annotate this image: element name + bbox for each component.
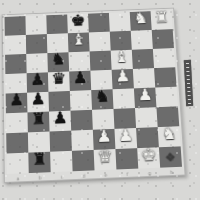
square-b7[interactable] — [26, 34, 48, 54]
piece-white-rook[interactable]: ♜ — [150, 5, 172, 30]
square-h8[interactable]: ♜ — [151, 10, 173, 30]
file-label-e: e — [95, 170, 117, 179]
square-f8[interactable] — [109, 12, 131, 32]
file-label-a: a — [7, 174, 29, 183]
piece-white-bishop[interactable]: ♝ — [68, 27, 90, 52]
square-g7[interactable] — [131, 30, 153, 50]
square-c1[interactable] — [50, 151, 72, 172]
square-b3[interactable]: ♜ — [27, 112, 49, 133]
piece-black-rook[interactable]: ♜ — [27, 106, 49, 133]
square-d7[interactable]: ♝ — [68, 32, 90, 52]
file-label-c: c — [51, 172, 73, 181]
square-e6[interactable] — [90, 51, 112, 71]
piece-white-queen[interactable]: ♛ — [93, 143, 116, 170]
square-c8[interactable] — [46, 14, 68, 34]
square-g4[interactable]: ♟ — [134, 88, 157, 109]
square-h1[interactable]: ❖ — [159, 146, 182, 167]
piece-white-pawn[interactable]: ♟ — [111, 63, 134, 89]
piece-white-pawn[interactable]: ♟ — [134, 82, 157, 108]
square-b8[interactable] — [25, 15, 46, 35]
file-label-b: b — [29, 173, 51, 182]
square-h4[interactable] — [155, 87, 178, 108]
piece-white-knight[interactable]: ♞ — [129, 6, 151, 31]
square-a3[interactable] — [6, 112, 28, 133]
square-g8[interactable]: ♞ — [130, 11, 152, 31]
board-wrapper: ♚♞♜♝♞♝♟♛♟♟♟♟♞♟♜♟♟♟♞♜♛♚❖ abcdefgh — [0, 0, 200, 200]
piece-black-pawn[interactable]: ♟ — [6, 87, 28, 113]
square-a7[interactable] — [5, 35, 26, 55]
square-c3[interactable]: ♟ — [49, 111, 71, 132]
square-d4[interactable] — [70, 90, 92, 111]
square-e7[interactable] — [89, 32, 111, 52]
square-g1[interactable]: ♚ — [137, 147, 160, 168]
square-f5[interactable]: ♟ — [112, 69, 134, 89]
square-g6[interactable] — [132, 49, 154, 69]
board-grid: ♚♞♜♝♞♝♟♛♟♟♟♟♞♟♜♟♟♟♞♜♛♚❖ — [5, 10, 182, 174]
square-d2[interactable] — [71, 130, 93, 151]
square-d5[interactable]: ♟ — [69, 71, 91, 91]
square-e4[interactable]: ♞ — [91, 89, 113, 110]
piece-white-pawn[interactable]: ♟ — [114, 122, 137, 149]
square-h7[interactable] — [152, 29, 174, 49]
square-d1[interactable] — [72, 150, 95, 171]
piece-black-queen[interactable]: ♛ — [48, 66, 70, 92]
square-a6[interactable] — [5, 54, 27, 74]
square-c5[interactable]: ♛ — [48, 71, 70, 91]
chessboard-photo: ♚♞♜♝♞♝♟♛♟♟♟♟♞♟♜♟♟♟♞♜♛♚❖ abcdefgh — [0, 0, 200, 200]
square-h2[interactable]: ♞ — [158, 126, 181, 147]
square-e1[interactable]: ♛ — [94, 149, 117, 170]
square-a2[interactable] — [6, 132, 28, 153]
file-label-f: f — [116, 170, 138, 179]
square-g3[interactable] — [135, 107, 158, 128]
square-a8[interactable] — [5, 16, 26, 36]
board-edge-brand-sticker — [184, 60, 193, 106]
chess-board: ♚♞♜♝♞♝♟♛♟♟♟♟♞♟♜♟♟♟♞♜♛♚❖ abcdefgh — [2, 8, 186, 183]
file-label-d: d — [73, 171, 95, 180]
file-label-h: h — [160, 168, 182, 177]
board-maker-logo-icon: ❖ — [159, 146, 182, 167]
piece-white-king[interactable]: ♚ — [137, 141, 160, 168]
square-f4[interactable] — [113, 88, 135, 109]
piece-white-knight[interactable]: ♞ — [157, 121, 180, 148]
square-c2[interactable] — [50, 131, 72, 152]
square-b1[interactable]: ♜ — [28, 152, 50, 173]
square-h6[interactable] — [153, 48, 175, 68]
piece-black-knight[interactable]: ♞ — [91, 84, 114, 110]
file-label-g: g — [138, 169, 160, 178]
square-h5[interactable] — [154, 67, 177, 87]
square-e8[interactable] — [88, 13, 110, 33]
square-a4[interactable]: ♟ — [6, 93, 28, 114]
square-a1[interactable] — [7, 153, 29, 174]
piece-black-rook[interactable]: ♜ — [28, 146, 50, 173]
piece-black-pawn[interactable]: ♟ — [69, 65, 91, 91]
piece-black-pawn[interactable]: ♟ — [49, 105, 71, 131]
square-f1[interactable] — [115, 148, 138, 169]
square-f2[interactable]: ♟ — [114, 128, 137, 149]
square-d3[interactable] — [71, 110, 93, 131]
